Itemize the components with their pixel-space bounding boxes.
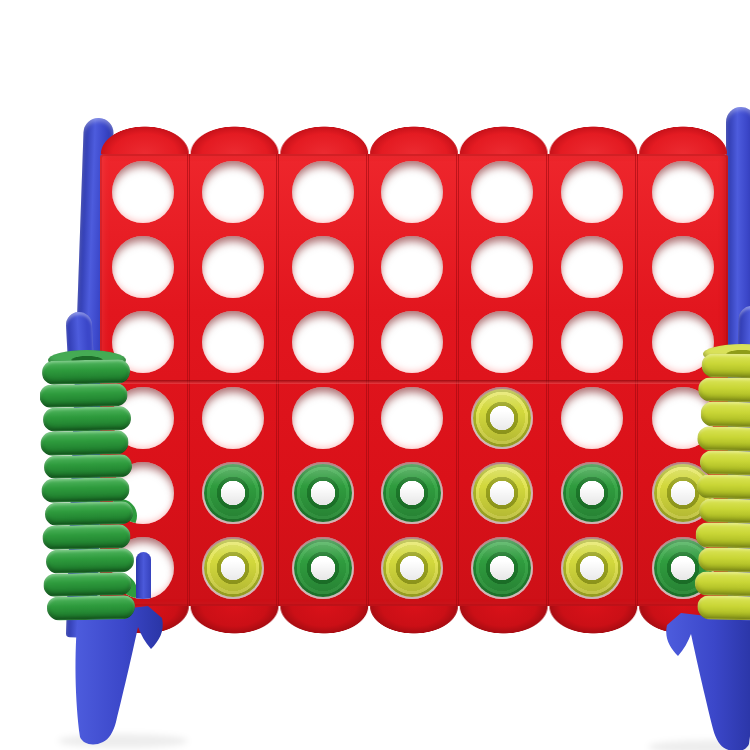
cell-r3c4: [369, 305, 459, 380]
cell-r2c4: [369, 229, 459, 304]
cell-r1c1: [100, 154, 190, 229]
cell-r2c1: [100, 229, 190, 304]
cell-r1c2: [190, 154, 280, 229]
hole: [561, 161, 623, 223]
spare-ring-green: [41, 477, 129, 502]
hole: [381, 537, 443, 599]
hole: [292, 161, 354, 223]
hole: [381, 387, 443, 449]
hole: [112, 161, 174, 223]
hole: [381, 311, 443, 373]
hole: [292, 311, 354, 373]
hole: [471, 311, 533, 373]
board-center-seam: [100, 380, 728, 384]
cell-r6c4: [369, 531, 459, 606]
hole: [292, 537, 354, 599]
hole: [652, 236, 714, 298]
spare-ring-green: [46, 548, 134, 573]
disc-yellow: [383, 539, 441, 597]
spare-ring-yellow: [701, 353, 750, 379]
cell-r2c2: [190, 229, 280, 304]
cell-r3c5: [459, 305, 549, 380]
disc-yellow: [473, 464, 531, 522]
right-ring-stack: [696, 353, 750, 620]
spare-ring-green: [40, 383, 128, 408]
hole: [112, 236, 174, 298]
cell-r1c6: [549, 154, 639, 229]
cell-r3c6: [549, 305, 639, 380]
spare-ring-yellow: [698, 377, 750, 403]
hole: [202, 387, 264, 449]
cell-r1c3: [279, 154, 369, 229]
connect-four-board: [100, 126, 728, 634]
hole: [202, 462, 264, 524]
hole: [561, 537, 623, 599]
spare-ring-yellow: [701, 402, 750, 428]
hole: [202, 311, 264, 373]
disc-green: [383, 464, 441, 522]
disc-green: [473, 539, 531, 597]
cell-r5c5: [459, 455, 549, 530]
cell-r5c3: [279, 455, 369, 530]
cell-r4c6: [549, 380, 639, 455]
seen-through-frame-leg: [136, 552, 151, 599]
cell-r1c4: [369, 154, 459, 229]
cell-r2c6: [549, 229, 639, 304]
spare-ring-green: [47, 595, 135, 620]
spare-ring-green: [44, 454, 132, 479]
spare-ring-green: [45, 501, 133, 526]
cell-r4c4: [369, 380, 459, 455]
board-body: [100, 154, 728, 606]
disc-yellow: [563, 539, 621, 597]
cell-r4c2: [190, 380, 280, 455]
hole: [381, 236, 443, 298]
spare-ring-green: [43, 406, 131, 431]
cell-r5c2: [190, 455, 280, 530]
cell-r5c6: [549, 455, 639, 530]
cell-r2c3: [279, 229, 369, 304]
hole: [202, 537, 264, 599]
hole: [561, 462, 623, 524]
disc-green: [204, 464, 262, 522]
hole: [471, 537, 533, 599]
disc-green: [294, 539, 352, 597]
hole: [292, 387, 354, 449]
hole: [561, 236, 623, 298]
hole: [471, 462, 533, 524]
disc-green: [563, 464, 621, 522]
hole: [202, 161, 264, 223]
hole: [471, 387, 533, 449]
cell-r1c5: [459, 154, 549, 229]
cell-r5c4: [369, 455, 459, 530]
cell-r6c5: [459, 531, 549, 606]
cell-r2c5: [459, 229, 549, 304]
hole: [202, 236, 264, 298]
disc-yellow: [204, 539, 262, 597]
hole: [561, 311, 623, 373]
spare-ring-yellow: [695, 571, 750, 597]
cell-r6c2: [190, 531, 280, 606]
left-ring-stack: [40, 359, 133, 621]
spare-ring-yellow: [698, 547, 750, 573]
cell-r6c6: [549, 531, 639, 606]
cell-r3c3: [279, 305, 369, 380]
cell-r4c5: [459, 380, 549, 455]
cell-r4c3: [279, 380, 369, 455]
disc-green: [294, 464, 352, 522]
spare-ring-yellow: [699, 498, 750, 524]
spare-ring-yellow: [695, 523, 750, 549]
spare-ring-green: [40, 430, 128, 455]
hole: [381, 462, 443, 524]
spare-ring-yellow: [700, 450, 750, 476]
hole: [292, 236, 354, 298]
board-top-scallop-edge: [100, 126, 728, 154]
hole: [292, 462, 354, 524]
disc-yellow: [473, 389, 531, 447]
hole: [471, 161, 533, 223]
cell-r1c7: [638, 154, 728, 229]
cell-r6c3: [279, 531, 369, 606]
hole: [561, 387, 623, 449]
spare-ring-yellow: [697, 595, 750, 621]
hole: [471, 236, 533, 298]
giant-connect-four-photo: [40, 16, 750, 750]
hole: [652, 161, 714, 223]
spare-ring-green: [42, 359, 130, 384]
cell-r3c2: [190, 305, 280, 380]
cell-r2c7: [638, 229, 728, 304]
hole: [381, 161, 443, 223]
spare-ring-yellow: [696, 474, 750, 500]
spare-ring-green: [43, 572, 131, 597]
spare-ring-yellow: [697, 426, 750, 452]
spare-ring-green: [42, 525, 130, 550]
